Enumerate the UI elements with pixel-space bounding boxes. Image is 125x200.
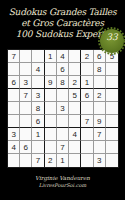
- sudoku-cell-r6c1: [8, 115, 20, 128]
- sudoku-cell-r8c4: [45, 141, 57, 154]
- sudoku-cell-r3c5: 8: [57, 76, 69, 89]
- sudoku-cell-r6c9: [106, 115, 118, 128]
- sudoku-grid: 714265468639821735628367931474677213: [7, 49, 119, 168]
- sudoku-cell-r3c8: [94, 76, 106, 89]
- sudoku-cell-r3c3: [32, 76, 44, 89]
- sudoku-cell-r9c7: [81, 154, 93, 167]
- sudoku-cell-r8c5: 7: [57, 141, 69, 154]
- sudoku-cell-r6c4: [45, 115, 57, 128]
- sudoku-cell-r3c6: 2: [69, 76, 81, 89]
- sudoku-cell-r6c6: [69, 115, 81, 128]
- sudoku-cell-r9c9: [106, 154, 118, 167]
- sudoku-cell-r9c3: 7: [32, 154, 44, 167]
- sudoku-cell-r7c3: 1: [32, 128, 44, 141]
- sudoku-cell-r4c6: 5: [69, 89, 81, 102]
- sudoku-cell-r2c3: 4: [32, 63, 44, 76]
- sudoku-cell-r3c9: [106, 76, 118, 89]
- sudoku-cell-r8c3: [32, 141, 44, 154]
- sudoku-cell-r8c2: 6: [20, 141, 32, 154]
- sudoku-cell-r8c8: [94, 141, 106, 154]
- sudoku-cell-r8c1: 4: [8, 141, 20, 154]
- sudoku-cell-r8c7: [81, 141, 93, 154]
- title-line-1: Sudokus Grandes Tailles: [0, 7, 125, 18]
- sudoku-cell-r2c8: 8: [94, 63, 106, 76]
- sudoku-cell-r2c7: [81, 63, 93, 76]
- sudoku-cell-r4c9: [106, 89, 118, 102]
- sudoku-cell-r5c1: [8, 102, 20, 115]
- sudoku-cell-r5c2: [20, 102, 32, 115]
- sudoku-cell-r6c3: 6: [32, 115, 44, 128]
- sudoku-cell-r2c1: [8, 63, 20, 76]
- sudoku-cell-r5c8: [94, 102, 106, 115]
- sudoku-cell-r7c2: [20, 128, 32, 141]
- sudoku-cell-r4c4: [45, 89, 57, 102]
- sudoku-cell-r2c5: 6: [57, 63, 69, 76]
- sudoku-cell-r5c5: 3: [57, 102, 69, 115]
- sudoku-cell-r7c6: 4: [69, 128, 81, 141]
- sudoku-cell-r9c8: 3: [94, 154, 106, 167]
- book-cover: Sudokus Grandes Tailles et Gros Caractèr…: [0, 0, 125, 200]
- sudoku-cell-r6c2: [20, 115, 32, 128]
- sudoku-cell-r3c4: 9: [45, 76, 57, 89]
- sudoku-cell-r5c7: [81, 102, 93, 115]
- sudoku-cell-r8c6: [69, 141, 81, 154]
- sudoku-cell-r5c3: 8: [32, 102, 44, 115]
- sudoku-cell-r7c4: [45, 128, 57, 141]
- sudoku-cell-r3c7: 1: [81, 76, 93, 89]
- sudoku-cell-r4c3: 3: [32, 89, 44, 102]
- sudoku-cell-r1c6: [69, 50, 81, 63]
- sudoku-cell-r7c5: [57, 128, 69, 141]
- sudoku-cell-r6c5: [57, 115, 69, 128]
- sudoku-cell-r9c4: 2: [45, 154, 57, 167]
- sudoku-cell-r2c2: [20, 63, 32, 76]
- footer-block: Virginie Vandeuren LivresPourSoi.com: [0, 174, 125, 189]
- sudoku-cell-r4c5: [57, 89, 69, 102]
- sudoku-cell-r1c4: 1: [45, 50, 57, 63]
- sudoku-cell-r2c9: [106, 63, 118, 76]
- sudoku-cell-r7c7: [81, 128, 93, 141]
- sudoku-cell-r1c5: 4: [57, 50, 69, 63]
- sudoku-cell-r9c6: [69, 154, 81, 167]
- sudoku-cell-r5c9: [106, 102, 118, 115]
- sudoku-cell-r7c8: 7: [94, 128, 106, 141]
- sudoku-cell-r9c5: 1: [57, 154, 69, 167]
- sudoku-cell-r9c2: [20, 154, 32, 167]
- sudoku-cell-r4c8: 2: [94, 89, 106, 102]
- sudoku-cell-r7c1: 3: [8, 128, 20, 141]
- sudoku-cell-r5c4: [45, 102, 57, 115]
- sudoku-cell-r1c2: [20, 50, 32, 63]
- sudoku-cell-r5c6: [69, 102, 81, 115]
- sudoku-cell-r1c1: 7: [8, 50, 20, 63]
- sudoku-cell-r2c4: [45, 63, 57, 76]
- sudoku-cell-r6c7: 7: [81, 115, 93, 128]
- sudoku-cell-r1c7: 2: [81, 50, 93, 63]
- sudoku-cell-r4c2: 7: [20, 89, 32, 102]
- badge-number: 33: [106, 32, 119, 42]
- sudoku-cell-r4c7: 6: [81, 89, 93, 102]
- sudoku-cell-r1c3: [32, 50, 44, 63]
- sudoku-cell-r6c8: 9: [94, 115, 106, 128]
- sudoku-cell-r8c9: [106, 141, 118, 154]
- edition-badge: 33: [97, 26, 125, 56]
- sudoku-cell-r3c2: 3: [20, 76, 32, 89]
- website-url: LivresPourSoi.com: [0, 182, 125, 189]
- sudoku-cell-r7c9: [106, 128, 118, 141]
- sudoku-cell-r4c1: [8, 89, 20, 102]
- author-name: Virginie Vandeuren: [0, 174, 125, 182]
- sudoku-cell-r2c6: [69, 63, 81, 76]
- sudoku-cell-r3c1: 6: [8, 76, 20, 89]
- sudoku-cell-r9c1: [8, 154, 20, 167]
